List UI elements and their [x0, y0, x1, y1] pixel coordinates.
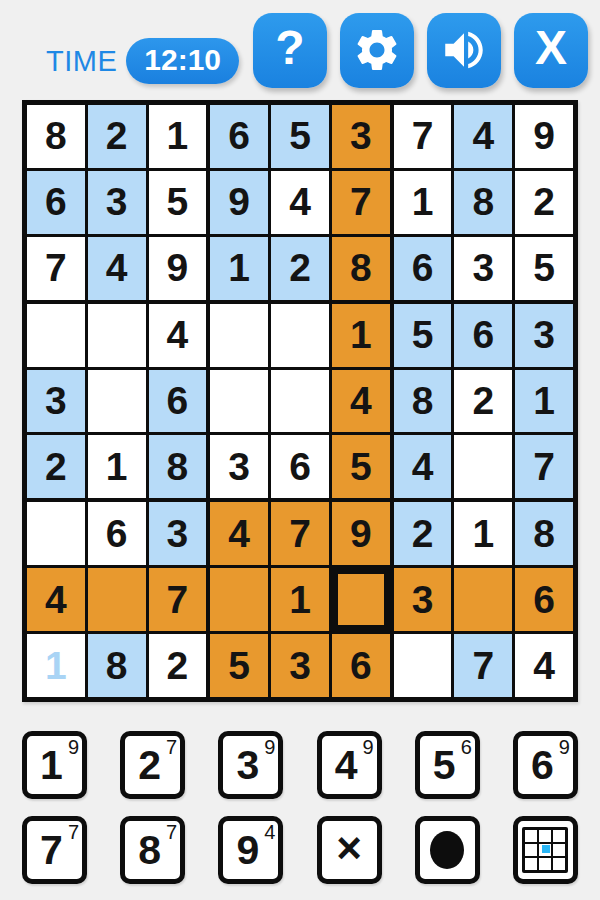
cell-r3c2[interactable]: 4	[88, 237, 146, 300]
numpad-key-count: 9	[68, 736, 79, 758]
notes-mode-button[interactable]	[513, 816, 578, 884]
cell-r4c7[interactable]: 5	[394, 304, 452, 367]
cell-r7c6[interactable]: 9	[332, 502, 390, 565]
speaker-icon	[439, 25, 489, 75]
cell-r7c8[interactable]: 1	[454, 502, 512, 565]
cell-r5c4[interactable]	[210, 370, 268, 433]
cell-r9c9[interactable]: 4	[515, 634, 573, 697]
cell-r6c5[interactable]: 6	[271, 435, 329, 498]
numpad-key-digit: 4	[335, 745, 358, 786]
time-label: TIME	[46, 45, 117, 78]
numpad-key-digit: 5	[433, 745, 456, 786]
cell-r9c1[interactable]: 1	[27, 634, 85, 697]
cell-r8c8[interactable]	[454, 568, 512, 631]
cell-r4c9[interactable]: 3	[515, 304, 573, 367]
cell-r2c7[interactable]: 1	[394, 171, 452, 234]
cell-r6c2[interactable]: 1	[88, 435, 146, 498]
cell-r7c2[interactable]: 6	[88, 502, 146, 565]
cell-r1c2[interactable]: 2	[88, 105, 146, 168]
cell-r1c8[interactable]: 4	[454, 105, 512, 168]
numpad-key-count: 4	[264, 821, 275, 843]
cell-r7c5[interactable]: 7	[271, 502, 329, 565]
numpad-key-1[interactable]: 19	[22, 731, 87, 799]
topbar: TIME 12:10 ? X	[0, 0, 600, 92]
question-mark-icon: ?	[275, 24, 304, 72]
pen-mode-button[interactable]	[415, 816, 480, 884]
numpad-key-2[interactable]: 27	[120, 731, 185, 799]
numpad-key-9[interactable]: 94	[218, 816, 283, 884]
cell-r6c7[interactable]: 4	[394, 435, 452, 498]
cell-r9c8[interactable]: 7	[454, 634, 512, 697]
box-1: 821635749	[27, 105, 206, 300]
cell-r9c7[interactable]	[394, 634, 452, 697]
cell-r2c2[interactable]: 3	[88, 171, 146, 234]
numpad-key-digit: 9	[236, 830, 259, 871]
cell-r3c6[interactable]: 8	[332, 237, 390, 300]
cell-r6c6[interactable]: 5	[332, 435, 390, 498]
numpad-key-count: 7	[166, 736, 177, 758]
cell-r3c9[interactable]: 5	[515, 237, 573, 300]
cell-r4c4[interactable]	[210, 304, 268, 367]
cell-r2c4[interactable]: 9	[210, 171, 268, 234]
topbar-buttons: ? X	[253, 13, 588, 88]
gear-icon	[352, 25, 402, 75]
cell-r3c3[interactable]: 9	[149, 237, 207, 300]
numpad-key-count: 9	[559, 736, 570, 758]
erase-button[interactable]: ×	[317, 816, 382, 884]
cell-r4c2[interactable]	[88, 304, 146, 367]
notes-grid-icon	[522, 827, 568, 873]
cell-r5c8[interactable]: 2	[454, 370, 512, 433]
numpad-key-count: 9	[264, 736, 275, 758]
numpad-key-digit: 7	[40, 830, 63, 871]
box-5: 14365	[210, 304, 389, 499]
numpad-key-digit: 3	[236, 745, 259, 786]
cell-r8c9[interactable]: 6	[515, 568, 573, 631]
cell-r1c6[interactable]: 3	[332, 105, 390, 168]
erase-x-icon: ×	[336, 826, 362, 870]
cell-r7c1[interactable]	[27, 502, 85, 565]
cell-r8c1[interactable]: 4	[27, 568, 85, 631]
cell-r6c3[interactable]: 8	[149, 435, 207, 498]
cell-r2c9[interactable]: 2	[515, 171, 573, 234]
cell-r3c5[interactable]: 2	[271, 237, 329, 300]
numpad-key-digit: 2	[138, 745, 161, 786]
sound-button[interactable]	[427, 13, 501, 88]
cell-r5c9[interactable]: 1	[515, 370, 573, 433]
cell-r6c9[interactable]: 7	[515, 435, 573, 498]
cell-r2c1[interactable]: 6	[27, 171, 85, 234]
cell-r4c1[interactable]	[27, 304, 85, 367]
cell-r3c4[interactable]: 1	[210, 237, 268, 300]
cell-r9c6[interactable]: 6	[332, 634, 390, 697]
cell-r5c5[interactable]	[271, 370, 329, 433]
box-3: 749182635	[394, 105, 573, 300]
cell-r8c7[interactable]: 3	[394, 568, 452, 631]
cell-r4c5[interactable]	[271, 304, 329, 367]
cell-r5c7[interactable]: 8	[394, 370, 452, 433]
cell-r8c5[interactable]: 1	[271, 568, 329, 631]
notes-grid-mark	[542, 845, 550, 853]
numpad-key-count: 7	[166, 821, 177, 843]
timer: TIME 12:10	[46, 38, 239, 84]
box-8: 4791536	[210, 502, 389, 697]
sudoku-board: 8216357496539471287491826354362181436556…	[22, 100, 578, 702]
cell-r2c5[interactable]: 4	[271, 171, 329, 234]
cell-r7c9[interactable]: 8	[515, 502, 573, 565]
cell-r1c9[interactable]: 9	[515, 105, 573, 168]
cell-r8c2[interactable]	[88, 568, 146, 631]
cell-r1c5[interactable]: 5	[271, 105, 329, 168]
cell-r8c6[interactable]	[332, 568, 390, 631]
numpad-key-count: 9	[362, 736, 373, 758]
cell-r9c5[interactable]: 3	[271, 634, 329, 697]
cell-r6c1[interactable]: 2	[27, 435, 85, 498]
cell-r7c4[interactable]: 4	[210, 502, 268, 565]
numpad-key-digit: 8	[138, 830, 161, 871]
numpad-key-count: 7	[68, 821, 79, 843]
cell-r2c6[interactable]: 7	[332, 171, 390, 234]
cell-r2c3[interactable]: 5	[149, 171, 207, 234]
pen-dot-icon	[430, 831, 464, 869]
box-2: 653947128	[210, 105, 389, 300]
cell-r3c8[interactable]: 3	[454, 237, 512, 300]
cell-r3c1[interactable]: 7	[27, 237, 85, 300]
numpad-key-count: 6	[461, 736, 472, 758]
cell-r6c4[interactable]: 3	[210, 435, 268, 498]
settings-button[interactable]	[340, 13, 414, 88]
box-6: 56382147	[394, 304, 573, 499]
sudoku-app: TIME 12:10 ? X 8216357496539471287491826	[0, 0, 600, 900]
numpad: 192739495669 778794 ×	[22, 731, 578, 884]
numpad-key-5[interactable]: 56	[415, 731, 480, 799]
numpad-key-6[interactable]: 69	[513, 731, 578, 799]
cell-r5c1[interactable]: 3	[27, 370, 85, 433]
cell-r9c2[interactable]: 8	[88, 634, 146, 697]
cell-r5c2[interactable]	[88, 370, 146, 433]
cell-r8c3[interactable]: 7	[149, 568, 207, 631]
box-7: 6347182	[27, 502, 206, 697]
cell-r4c3[interactable]: 4	[149, 304, 207, 367]
numpad-key-3[interactable]: 39	[218, 731, 283, 799]
cell-r8c4[interactable]	[210, 568, 268, 631]
numpad-key-4[interactable]: 49	[317, 731, 382, 799]
box-4: 436218	[27, 304, 206, 499]
cell-r3c7[interactable]: 6	[394, 237, 452, 300]
numpad-key-digit: 6	[531, 745, 554, 786]
cell-r4c8[interactable]: 6	[454, 304, 512, 367]
numpad-key-7[interactable]: 77	[22, 816, 87, 884]
cell-r1c4[interactable]: 6	[210, 105, 268, 168]
close-button[interactable]: X	[514, 13, 588, 88]
cell-r6c8[interactable]	[454, 435, 512, 498]
numpad-key-8[interactable]: 87	[120, 816, 185, 884]
numpad-key-digit: 1	[40, 745, 63, 786]
cell-r9c4[interactable]: 5	[210, 634, 268, 697]
cell-r4c6[interactable]: 1	[332, 304, 390, 367]
cell-r7c7[interactable]: 2	[394, 502, 452, 565]
cell-r1c7[interactable]: 7	[394, 105, 452, 168]
cell-r1c3[interactable]: 1	[149, 105, 207, 168]
box-9: 2183674	[394, 502, 573, 697]
help-button[interactable]: ?	[253, 13, 327, 88]
cell-r1c1[interactable]: 8	[27, 105, 85, 168]
numpad-row-2: 778794 ×	[22, 816, 578, 884]
time-value: 12:10	[126, 38, 239, 84]
cell-r5c6[interactable]: 4	[332, 370, 390, 433]
cell-r7c3[interactable]: 3	[149, 502, 207, 565]
close-icon: X	[535, 24, 567, 72]
cell-r2c8[interactable]: 8	[454, 171, 512, 234]
cell-r9c3[interactable]: 2	[149, 634, 207, 697]
cell-r5c3[interactable]: 6	[149, 370, 207, 433]
numpad-row-1: 192739495669	[22, 731, 578, 799]
